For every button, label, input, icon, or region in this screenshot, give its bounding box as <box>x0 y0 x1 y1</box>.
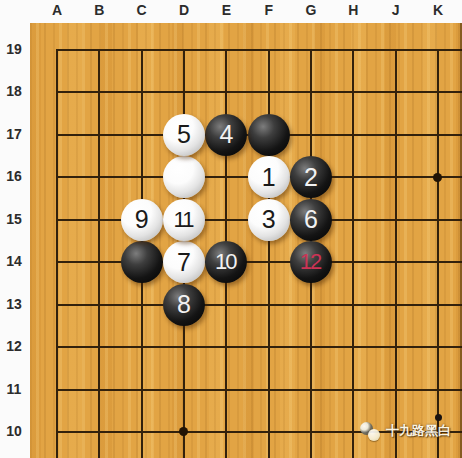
move-number: 5 <box>177 122 191 147</box>
stone-white-D14-move-7: 7 <box>163 241 205 283</box>
column-label-C: C <box>127 2 157 18</box>
column-label-K: K <box>423 2 453 18</box>
row-label-18: 18 <box>0 83 28 99</box>
stone-white-C15-move-9: 9 <box>121 199 163 241</box>
move-number: 10 <box>215 251 235 273</box>
column-label-G: G <box>296 2 326 18</box>
row-label-19: 19 <box>0 41 28 57</box>
move-number: 9 <box>135 207 149 232</box>
move-number: 3 <box>262 207 276 232</box>
row-label-16: 16 <box>0 168 28 184</box>
stone-black-G16-move-2: 2 <box>290 156 332 198</box>
stone-black-G14-move-12: 12 <box>290 241 332 283</box>
move-number: 4 <box>219 122 233 147</box>
move-number: 8 <box>177 292 191 317</box>
stone-white-F16-move-1: 1 <box>248 156 290 198</box>
move-number: 7 <box>177 250 191 275</box>
row-labels: 19181716151413121110 <box>0 0 30 458</box>
row-label-10: 10 <box>0 423 28 439</box>
row-label-17: 17 <box>0 126 28 142</box>
stone-white-D17-move-5: 5 <box>163 114 205 156</box>
column-label-B: B <box>84 2 114 18</box>
move-number: 2 <box>304 165 318 190</box>
watermark: 十九路黑白 <box>359 420 451 442</box>
stone-black-E14-move-10: 10 <box>205 241 247 283</box>
move-number: 12 <box>300 251 320 273</box>
row-label-11: 11 <box>0 381 28 397</box>
row-label-15: 15 <box>0 211 28 227</box>
stone-black-F17 <box>248 114 290 156</box>
logo-white-stone-icon <box>368 429 380 441</box>
row-label-12: 12 <box>0 338 28 354</box>
stone-white-F15-move-3: 3 <box>248 199 290 241</box>
stone-white-D16 <box>163 156 205 198</box>
column-label-J: J <box>381 2 411 18</box>
stone-black-D13-move-8: 8 <box>163 284 205 326</box>
stone-black-G15-move-6: 6 <box>290 199 332 241</box>
column-label-F: F <box>254 2 284 18</box>
row-label-13: 13 <box>0 296 28 312</box>
column-label-E: E <box>211 2 241 18</box>
stone-white-D15-move-11: 11 <box>163 199 205 241</box>
stone-black-E17-move-4: 4 <box>205 114 247 156</box>
move-number: 11 <box>174 209 193 231</box>
stones-layer: 123456789101112 <box>0 0 462 458</box>
move-number: 6 <box>304 207 318 232</box>
column-label-A: A <box>42 2 72 18</box>
column-label-D: D <box>169 2 199 18</box>
go-stones-logo-icon <box>359 421 383 441</box>
go-diagram: 123456789101112 ABCDEFGHJK 1918171615141… <box>0 0 462 458</box>
watermark-text: 十九路黑白 <box>386 422 451 440</box>
stone-black-C14 <box>121 241 163 283</box>
column-labels: ABCDEFGHJK <box>0 0 462 23</box>
column-label-H: H <box>338 2 368 18</box>
move-number: 1 <box>262 165 276 190</box>
row-label-14: 14 <box>0 253 28 269</box>
